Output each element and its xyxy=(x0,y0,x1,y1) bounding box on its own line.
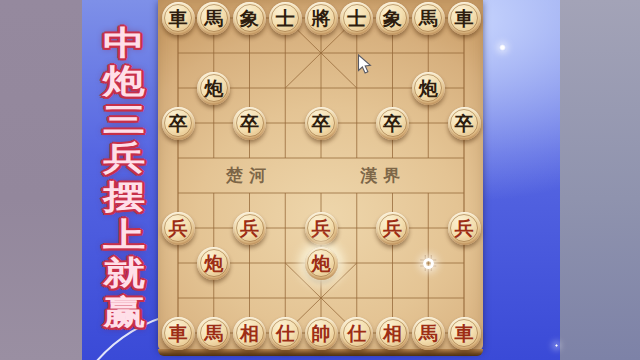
piece-red-兵[interactable]: 兵 xyxy=(162,212,195,245)
piece-label: 仕 xyxy=(276,324,295,343)
piece-red-車[interactable]: 車 xyxy=(448,317,481,350)
piece-label: 象 xyxy=(240,9,259,28)
piece-black-象[interactable]: 象 xyxy=(376,2,409,35)
piece-label: 卒 xyxy=(312,114,331,133)
piece-label: 馬 xyxy=(204,324,223,343)
piece-label: 象 xyxy=(383,9,402,28)
piece-label: 炮 xyxy=(419,79,438,98)
piece-label: 兵 xyxy=(455,219,474,238)
piece-red-相[interactable]: 相 xyxy=(233,317,266,350)
piece-red-仕[interactable]: 仕 xyxy=(269,317,302,350)
piece-label: 炮 xyxy=(204,79,223,98)
piece-black-士[interactable]: 士 xyxy=(340,2,373,35)
piece-label: 兵 xyxy=(169,219,188,238)
piece-black-卒[interactable]: 卒 xyxy=(376,107,409,140)
piece-black-卒[interactable]: 卒 xyxy=(162,107,195,140)
video-frame: 中炮三兵摆上就赢 楚河 漢界 車馬象士將士象馬車炮炮卒卒卒卒卒兵兵兵兵兵炮炮車馬… xyxy=(0,0,640,360)
piece-label: 士 xyxy=(347,9,366,28)
piece-red-仕[interactable]: 仕 xyxy=(340,317,373,350)
piece-black-士[interactable]: 士 xyxy=(269,2,302,35)
piece-red-馬[interactable]: 馬 xyxy=(412,317,445,350)
piece-label: 相 xyxy=(240,324,259,343)
sparkle-particle xyxy=(499,44,506,51)
piece-black-馬[interactable]: 馬 xyxy=(197,2,230,35)
piece-label: 卒 xyxy=(455,114,474,133)
title-char: 就 xyxy=(91,254,158,292)
piece-black-車[interactable]: 車 xyxy=(448,2,481,35)
piece-label: 卒 xyxy=(169,114,188,133)
river-label-right: 漢界 xyxy=(360,164,406,187)
video-title: 中炮三兵摆上就赢 xyxy=(98,24,150,331)
piece-red-兵[interactable]: 兵 xyxy=(448,212,481,245)
piece-label: 馬 xyxy=(204,9,223,28)
piece-red-相[interactable]: 相 xyxy=(376,317,409,350)
piece-black-炮[interactable]: 炮 xyxy=(412,72,445,105)
piece-black-象[interactable]: 象 xyxy=(233,2,266,35)
piece-red-兵[interactable]: 兵 xyxy=(305,212,338,245)
piece-label: 士 xyxy=(276,9,295,28)
mouse-cursor xyxy=(357,54,373,76)
title-char: 摆 xyxy=(91,178,158,216)
piece-label: 仕 xyxy=(347,324,366,343)
piece-label: 馬 xyxy=(419,324,438,343)
piece-label: 相 xyxy=(383,324,402,343)
piece-red-馬[interactable]: 馬 xyxy=(197,317,230,350)
piece-label: 炮 xyxy=(204,254,223,273)
title-char: 赢 xyxy=(91,293,158,331)
title-char: 兵 xyxy=(91,139,158,177)
blurred-edge-left xyxy=(0,0,82,360)
piece-label: 兵 xyxy=(312,219,331,238)
piece-black-炮[interactable]: 炮 xyxy=(197,72,230,105)
piece-black-卒[interactable]: 卒 xyxy=(305,107,338,140)
piece-label: 炮 xyxy=(312,254,331,273)
title-char: 中 xyxy=(91,24,158,62)
piece-label: 車 xyxy=(455,9,474,28)
piece-black-將[interactable]: 將 xyxy=(305,2,338,35)
piece-red-兵[interactable]: 兵 xyxy=(376,212,409,245)
river-label-left: 楚河 xyxy=(226,164,272,187)
piece-label: 車 xyxy=(169,324,188,343)
piece-label: 車 xyxy=(455,324,474,343)
board-grid xyxy=(158,0,483,356)
piece-label: 卒 xyxy=(240,114,259,133)
piece-label: 兵 xyxy=(240,219,259,238)
title-char: 上 xyxy=(91,216,158,254)
piece-label: 將 xyxy=(312,9,331,28)
last-move-origin-marker xyxy=(423,258,434,269)
piece-black-馬[interactable]: 馬 xyxy=(412,2,445,35)
title-char: 炮 xyxy=(91,62,158,100)
piece-red-兵[interactable]: 兵 xyxy=(233,212,266,245)
title-char: 三 xyxy=(91,101,158,139)
piece-red-車[interactable]: 車 xyxy=(162,317,195,350)
piece-label: 卒 xyxy=(383,114,402,133)
piece-label: 兵 xyxy=(383,219,402,238)
piece-black-車[interactable]: 車 xyxy=(162,2,195,35)
sparkle-particle xyxy=(555,344,558,347)
piece-red-帥[interactable]: 帥 xyxy=(305,317,338,350)
piece-black-卒[interactable]: 卒 xyxy=(233,107,266,140)
piece-black-卒[interactable]: 卒 xyxy=(448,107,481,140)
piece-red-炮[interactable]: 炮 xyxy=(305,247,338,280)
piece-label: 帥 xyxy=(312,324,331,343)
piece-label: 馬 xyxy=(419,9,438,28)
piece-label: 車 xyxy=(169,9,188,28)
xiangqi-board[interactable]: 楚河 漢界 車馬象士將士象馬車炮炮卒卒卒卒卒兵兵兵兵兵炮炮車馬相仕帥仕相馬車 xyxy=(158,0,483,356)
piece-red-炮[interactable]: 炮 xyxy=(197,247,230,280)
blurred-edge-right xyxy=(560,0,640,360)
